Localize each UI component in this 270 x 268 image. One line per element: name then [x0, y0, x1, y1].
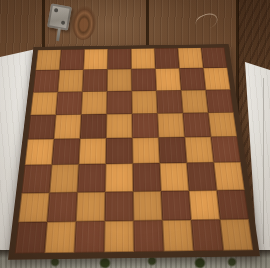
- square-d3: [105, 164, 133, 192]
- square-h2: [217, 190, 249, 220]
- square-b6: [56, 91, 83, 114]
- metal-latch: [47, 3, 72, 30]
- square-d1: [104, 220, 134, 252]
- scratch-mark: [193, 11, 220, 33]
- square-b4: [52, 139, 80, 165]
- square-g7: [179, 68, 205, 90]
- square-h4: [211, 136, 241, 162]
- photo-of-checkerboard: [0, 0, 270, 268]
- square-c5: [80, 114, 107, 139]
- square-h8: [201, 47, 227, 68]
- square-c7: [82, 69, 107, 91]
- square-c3: [77, 164, 105, 192]
- square-e3: [133, 163, 161, 191]
- square-f1: [162, 220, 193, 252]
- square-f8: [154, 48, 179, 69]
- square-e5: [132, 113, 159, 138]
- square-f4: [158, 137, 186, 163]
- square-g5: [183, 113, 211, 138]
- square-e8: [131, 48, 155, 69]
- square-c8: [83, 49, 107, 70]
- square-b7: [58, 70, 84, 92]
- square-c4: [79, 138, 106, 164]
- wood-knot: [70, 5, 97, 41]
- square-g1: [191, 219, 223, 251]
- square-b1: [45, 221, 76, 253]
- metal-latch-tail: [56, 28, 61, 41]
- square-d6: [107, 91, 132, 114]
- square-a4: [25, 139, 54, 165]
- square-f7: [155, 68, 181, 90]
- square-d4: [106, 138, 133, 164]
- square-a5: [28, 115, 56, 140]
- square-e1: [133, 220, 163, 252]
- square-b8: [59, 49, 84, 70]
- square-a7: [33, 70, 59, 92]
- square-e6: [132, 90, 158, 113]
- square-a8: [35, 50, 61, 71]
- square-g3: [187, 163, 217, 191]
- square-b5: [54, 114, 81, 139]
- checkerboard: [8, 44, 260, 260]
- square-g8: [178, 48, 204, 69]
- square-a3: [22, 165, 52, 193]
- square-h5: [208, 112, 237, 137]
- square-b2: [47, 192, 77, 222]
- square-e2: [133, 191, 162, 221]
- board-perspective-wrap: [8, 44, 260, 260]
- square-e7: [131, 69, 156, 91]
- square-f5: [157, 113, 184, 138]
- square-a6: [30, 92, 57, 115]
- square-a1: [15, 222, 47, 254]
- square-h3: [214, 162, 245, 190]
- square-f2: [161, 190, 191, 220]
- square-c2: [76, 192, 105, 222]
- square-h7: [203, 68, 230, 90]
- square-g4: [185, 137, 214, 163]
- square-d5: [106, 114, 132, 139]
- square-g6: [181, 90, 208, 113]
- square-a2: [18, 192, 49, 222]
- square-b3: [49, 164, 78, 192]
- square-d8: [107, 49, 131, 70]
- square-h6: [206, 89, 234, 112]
- square-c1: [74, 221, 104, 253]
- square-d2: [105, 191, 134, 221]
- square-f3: [160, 163, 189, 191]
- square-c6: [81, 91, 107, 114]
- square-e4: [132, 138, 159, 164]
- square-f6: [156, 90, 182, 113]
- panel-seam-line: [263, 78, 264, 244]
- square-h1: [220, 219, 253, 251]
- square-g2: [189, 190, 220, 220]
- square-d7: [107, 69, 132, 91]
